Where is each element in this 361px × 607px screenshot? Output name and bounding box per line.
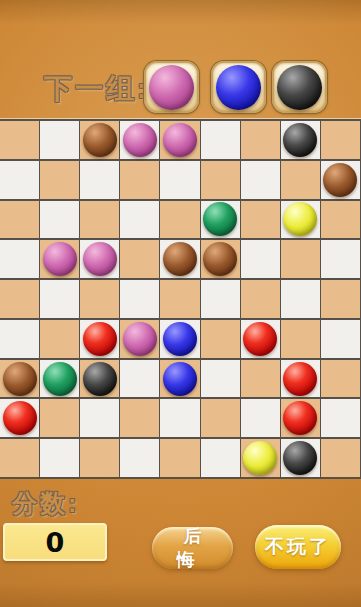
game-board: [0, 119, 361, 479]
board-cell-r3c8[interactable]: [321, 240, 361, 280]
ball-blue[interactable]: [163, 362, 197, 396]
score-value: 0: [3, 523, 107, 561]
board-cell-r8c3[interactable]: [120, 439, 160, 479]
board-cell-r2c2[interactable]: [80, 201, 120, 241]
next-ball-pink: [149, 65, 194, 110]
next-ball-slot-2: [211, 61, 266, 113]
board-cell-r1c0[interactable]: [0, 161, 40, 201]
board-cell-r8c7[interactable]: [281, 439, 321, 479]
board-cell-r0c1[interactable]: [40, 121, 80, 161]
undo-button[interactable]: 后悔: [152, 527, 233, 569]
board-cell-r6c7[interactable]: [281, 360, 321, 400]
board-cell-r3c5[interactable]: [201, 240, 241, 280]
ball-red[interactable]: [283, 362, 317, 396]
board-cell-r6c6[interactable]: [241, 360, 281, 400]
board-cell-r6c2[interactable]: [80, 360, 120, 400]
ball-brown[interactable]: [163, 242, 197, 276]
board-cell-r3c7[interactable]: [281, 240, 321, 280]
board-cell-r8c1[interactable]: [40, 439, 80, 479]
board-cell-r5c4[interactable]: [160, 320, 200, 360]
ball-yellow[interactable]: [243, 441, 277, 475]
board-cell-r6c1[interactable]: [40, 360, 80, 400]
board-cell-r1c1[interactable]: [40, 161, 80, 201]
board-cell-r5c6[interactable]: [241, 320, 281, 360]
ball-blue[interactable]: [163, 322, 197, 356]
board-cell-r7c1[interactable]: [40, 399, 80, 439]
board-cell-r5c8[interactable]: [321, 320, 361, 360]
board-cell-r4c4[interactable]: [160, 280, 200, 320]
board-cell-r2c6[interactable]: [241, 201, 281, 241]
board-cell-r3c0[interactable]: [0, 240, 40, 280]
board-cell-r8c8[interactable]: [321, 439, 361, 479]
board-cell-r0c2[interactable]: [80, 121, 120, 161]
board-cell-r4c2[interactable]: [80, 280, 120, 320]
ball-green[interactable]: [43, 362, 77, 396]
board-cell-r1c5[interactable]: [201, 161, 241, 201]
board-cell-r8c0[interactable]: [0, 439, 40, 479]
board-cell-r1c4[interactable]: [160, 161, 200, 201]
next-ball-black: [277, 65, 322, 110]
board-cell-r8c5[interactable]: [201, 439, 241, 479]
ball-brown[interactable]: [203, 242, 237, 276]
board-cell-r5c5[interactable]: [201, 320, 241, 360]
ball-pink[interactable]: [163, 123, 197, 157]
board-cell-r6c3[interactable]: [120, 360, 160, 400]
ball-black[interactable]: [83, 362, 117, 396]
board-cell-r3c6[interactable]: [241, 240, 281, 280]
quit-button[interactable]: 不玩了: [255, 525, 341, 569]
board-cell-r4c5[interactable]: [201, 280, 241, 320]
board-cell-r4c3[interactable]: [120, 280, 160, 320]
board-cell-r0c8[interactable]: [321, 121, 361, 161]
board-cell-r5c0[interactable]: [0, 320, 40, 360]
ball-black[interactable]: [283, 441, 317, 475]
board-cell-r7c8[interactable]: [321, 399, 361, 439]
board-cell-r0c3[interactable]: [120, 121, 160, 161]
game-window: 下一组: 分数: 0 后悔 不玩了: [0, 0, 361, 607]
board-cell-r6c4[interactable]: [160, 360, 200, 400]
next-ball-blue: [216, 65, 261, 110]
board-cell-r5c1[interactable]: [40, 320, 80, 360]
board-cell-r0c0[interactable]: [0, 121, 40, 161]
board-cell-r0c4[interactable]: [160, 121, 200, 161]
next-group-label: 下一组:: [44, 70, 149, 108]
board-cell-r7c7[interactable]: [281, 399, 321, 439]
ball-red[interactable]: [283, 401, 317, 435]
ball-red[interactable]: [243, 322, 277, 356]
ball-yellow[interactable]: [283, 202, 317, 236]
board-cell-r3c3[interactable]: [120, 240, 160, 280]
board-cell-r5c3[interactable]: [120, 320, 160, 360]
ball-pink[interactable]: [83, 242, 117, 276]
board-cell-r7c2[interactable]: [80, 399, 120, 439]
board-cell-r4c6[interactable]: [241, 280, 281, 320]
ball-pink[interactable]: [123, 322, 157, 356]
next-ball-slot-1: [144, 61, 199, 113]
ball-brown[interactable]: [83, 123, 117, 157]
ball-red[interactable]: [3, 401, 37, 435]
board-cell-r5c7[interactable]: [281, 320, 321, 360]
board-cell-r6c0[interactable]: [0, 360, 40, 400]
board-cell-r1c7[interactable]: [281, 161, 321, 201]
board-cell-r2c3[interactable]: [120, 201, 160, 241]
board-cell-r8c4[interactable]: [160, 439, 200, 479]
board-cell-r6c5[interactable]: [201, 360, 241, 400]
board-cell-r7c4[interactable]: [160, 399, 200, 439]
board-cell-r4c8[interactable]: [321, 280, 361, 320]
board-cell-r2c0[interactable]: [0, 201, 40, 241]
board-cell-r5c2[interactable]: [80, 320, 120, 360]
board-cell-r4c7[interactable]: [281, 280, 321, 320]
board-cell-r8c6[interactable]: [241, 439, 281, 479]
board-cell-r3c1[interactable]: [40, 240, 80, 280]
board-cell-r4c0[interactable]: [0, 280, 40, 320]
board-cell-r7c6[interactable]: [241, 399, 281, 439]
board-cell-r1c2[interactable]: [80, 161, 120, 201]
board-cell-r0c6[interactable]: [241, 121, 281, 161]
board-cell-r4c1[interactable]: [40, 280, 80, 320]
next-ball-slot-3: [272, 61, 327, 113]
board-cell-r7c0[interactable]: [0, 399, 40, 439]
ball-brown[interactable]: [3, 362, 37, 396]
board-cell-r1c6[interactable]: [241, 161, 281, 201]
board-cell-r2c5[interactable]: [201, 201, 241, 241]
board-cell-r8c2[interactable]: [80, 439, 120, 479]
ball-pink[interactable]: [123, 123, 157, 157]
board-cell-r2c8[interactable]: [321, 201, 361, 241]
board-cell-r7c5[interactable]: [201, 399, 241, 439]
ball-brown[interactable]: [323, 163, 357, 197]
board-cell-r2c1[interactable]: [40, 201, 80, 241]
board-cell-r1c3[interactable]: [120, 161, 160, 201]
board-cell-r0c5[interactable]: [201, 121, 241, 161]
board-cell-r6c8[interactable]: [321, 360, 361, 400]
board-cell-r2c7[interactable]: [281, 201, 321, 241]
score-label: 分数:: [12, 487, 79, 520]
board-cell-r3c2[interactable]: [80, 240, 120, 280]
ball-pink[interactable]: [43, 242, 77, 276]
board-cell-r7c3[interactable]: [120, 399, 160, 439]
ball-black[interactable]: [283, 123, 317, 157]
board-cell-r2c4[interactable]: [160, 201, 200, 241]
board-cell-r3c4[interactable]: [160, 240, 200, 280]
ball-green[interactable]: [203, 202, 237, 236]
ball-red[interactable]: [83, 322, 117, 356]
board-cell-r1c8[interactable]: [321, 161, 361, 201]
board-cell-r0c7[interactable]: [281, 121, 321, 161]
